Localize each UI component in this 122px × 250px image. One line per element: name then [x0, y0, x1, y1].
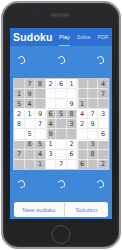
- sudoku-cell-r2c9[interactable]: 7: [98, 89, 108, 98]
- solution-button[interactable]: Solution: [65, 202, 108, 217]
- sudoku-cell-r4c3[interactable]: 9: [35, 109, 45, 118]
- sudoku-cell-r8c2[interactable]: [25, 150, 35, 159]
- sudoku-cell-r1c7[interactable]: [77, 79, 87, 88]
- loading-spinners-bottom: [10, 180, 112, 188]
- sudoku-cell-r3c8[interactable]: [88, 99, 98, 108]
- sudoku-cell-r9c1[interactable]: [14, 160, 24, 169]
- sudoku-cell-r5c6[interactable]: 3: [67, 119, 77, 128]
- home-button[interactable]: [52, 225, 71, 244]
- sudoku-cell-r5c4[interactable]: 4: [46, 119, 56, 128]
- sudoku-cell-r1c4[interactable]: 2: [46, 79, 56, 88]
- camera-icon: [39, 13, 42, 16]
- spinner-icon: [17, 55, 27, 65]
- sudoku-cell-r4c6[interactable]: 8: [67, 109, 77, 118]
- sudoku-cell-r7c4[interactable]: 1: [46, 140, 56, 149]
- sudoku-cell-r6c9[interactable]: 6: [98, 129, 108, 138]
- sudoku-cell-r3c2[interactable]: 4: [25, 99, 35, 108]
- sudoku-cell-r9c3[interactable]: 1: [35, 160, 45, 169]
- sudoku-cell-r3c6[interactable]: 9: [67, 99, 77, 108]
- sudoku-cell-r7c8[interactable]: 3: [88, 140, 98, 149]
- sudoku-cell-r1c5[interactable]: 6: [56, 79, 66, 88]
- sudoku-cell-r4c1[interactable]: 2: [14, 109, 24, 118]
- sudoku-cell-r2c6[interactable]: [67, 89, 77, 98]
- sudoku-cell-r5c9[interactable]: [98, 119, 108, 128]
- sudoku-cell-r9c9[interactable]: 2: [98, 160, 108, 169]
- sudoku-cell-r6c8[interactable]: [88, 129, 98, 138]
- sudoku-cell-r6c6[interactable]: [67, 129, 77, 138]
- sudoku-cell-r4c5[interactable]: 5: [56, 109, 66, 118]
- spinner-icon: [56, 179, 66, 189]
- sudoku-cell-r4c4[interactable]: 6: [46, 109, 56, 118]
- sudoku-cell-r4c7[interactable]: 4: [77, 109, 87, 118]
- sudoku-cell-r7c2[interactable]: 8: [25, 140, 35, 149]
- loading-spinners-top: [10, 56, 112, 64]
- sudoku-cell-r8c6[interactable]: 6: [67, 150, 77, 159]
- sudoku-cell-r7c9[interactable]: [98, 140, 108, 149]
- sudoku-cell-r2c7[interactable]: [77, 89, 87, 98]
- tab-pdf[interactable]: PDF: [97, 28, 109, 46]
- sudoku-cell-r3c9[interactable]: [98, 99, 108, 108]
- app-title: Sudoku: [13, 28, 53, 46]
- tab-solve[interactable]: Solve: [76, 28, 91, 46]
- sudoku-cell-r7c1[interactable]: [14, 140, 24, 149]
- spinner-icon: [56, 55, 66, 65]
- action-buttons: New sudoku Solution: [14, 202, 108, 217]
- sudoku-cell-r6c3[interactable]: [35, 129, 45, 138]
- sudoku-board: 7826141975491219658473874329596851237436…: [13, 78, 109, 170]
- sudoku-cell-r2c1[interactable]: 1: [14, 89, 24, 98]
- sudoku-cell-r8c3[interactable]: 4: [35, 150, 45, 159]
- new-sudoku-button[interactable]: New sudoku: [14, 202, 64, 217]
- sudoku-cell-r8c5[interactable]: [56, 150, 66, 159]
- sudoku-cell-r6c7[interactable]: [77, 129, 87, 138]
- sudoku-cell-r9c8[interactable]: [88, 160, 98, 169]
- sudoku-cell-r4c9[interactable]: 3: [98, 109, 108, 118]
- sudoku-cell-r9c4[interactable]: [46, 160, 56, 169]
- sudoku-cell-r5c7[interactable]: 2: [77, 119, 87, 128]
- sudoku-cell-r7c6[interactable]: 2: [67, 140, 77, 149]
- sudoku-cell-r9c6[interactable]: [67, 160, 77, 169]
- app-header: Sudoku Play Solve PDF: [10, 28, 112, 46]
- sudoku-cell-r2c8[interactable]: [88, 89, 98, 98]
- nav-tabs: Play Solve PDF: [59, 28, 109, 46]
- sudoku-cell-r3c5[interactable]: [56, 99, 66, 108]
- sudoku-cell-r7c3[interactable]: 5: [35, 140, 45, 149]
- app-screen: Sudoku Play Solve PDF 782614197549121965…: [10, 28, 112, 219]
- canvas: Sudoku Play Solve PDF 782614197549121965…: [0, 0, 122, 250]
- sudoku-cell-r7c5[interactable]: [56, 140, 66, 149]
- sudoku-cell-r2c2[interactable]: 9: [25, 89, 35, 98]
- sudoku-cell-r8c9[interactable]: [98, 150, 108, 159]
- sudoku-cell-r8c8[interactable]: 8: [88, 150, 98, 159]
- sudoku-cell-r1c1[interactable]: [14, 79, 24, 88]
- sudoku-cell-r3c3[interactable]: [35, 99, 45, 108]
- sudoku-cell-r5c2[interactable]: [25, 119, 35, 128]
- tab-play[interactable]: Play: [59, 28, 71, 46]
- sudoku-cell-r8c4[interactable]: 3: [46, 150, 56, 159]
- sudoku-cell-r3c1[interactable]: 5: [14, 99, 24, 108]
- speaker-grill-icon: [49, 13, 71, 17]
- spinner-icon: [96, 179, 106, 189]
- sudoku-cell-r5c5[interactable]: [56, 119, 66, 128]
- spinner-icon: [17, 179, 27, 189]
- sudoku-cell-r2c4[interactable]: [46, 89, 56, 98]
- sudoku-cell-r5c8[interactable]: 9: [88, 119, 98, 128]
- sudoku-cell-r2c5[interactable]: [56, 89, 66, 98]
- sudoku-cell-r4c8[interactable]: 7: [88, 109, 98, 118]
- sudoku-cell-r9c5[interactable]: 7: [56, 160, 66, 169]
- sudoku-cell-r8c7[interactable]: [77, 150, 87, 159]
- sudoku-cell-r6c4[interactable]: 9: [46, 129, 56, 138]
- sudoku-cell-r1c8[interactable]: [88, 79, 98, 88]
- sudoku-cell-r6c1[interactable]: [14, 129, 24, 138]
- sudoku-cell-r8c1[interactable]: 7: [14, 150, 24, 159]
- sudoku-cell-r7c7[interactable]: [77, 140, 87, 149]
- sudoku-cell-r1c3[interactable]: 8: [35, 79, 45, 88]
- sudoku-cell-r6c2[interactable]: 5: [25, 129, 35, 138]
- sudoku-cell-r6c5[interactable]: [56, 129, 66, 138]
- sudoku-cell-r3c7[interactable]: 1: [77, 99, 87, 108]
- spinner-icon: [96, 55, 106, 65]
- sudoku-cell-r1c2[interactable]: 7: [25, 79, 35, 88]
- sudoku-cell-r2c3[interactable]: [35, 89, 45, 98]
- sudoku-cell-r9c2[interactable]: [25, 160, 35, 169]
- phone-mockup: Sudoku Play Solve PDF 782614197549121965…: [1, 1, 121, 249]
- sudoku-cell-r9c7[interactable]: 6: [77, 160, 87, 169]
- sudoku-cell-r1c6[interactable]: 1: [67, 79, 77, 88]
- sudoku-cell-r5c3[interactable]: 7: [35, 119, 45, 128]
- sudoku-cell-r1c9[interactable]: 4: [98, 79, 108, 88]
- sudoku-cell-r4c2[interactable]: 1: [25, 109, 35, 118]
- sudoku-cell-r3c4[interactable]: [46, 99, 56, 108]
- sudoku-cell-r5c1[interactable]: 8: [14, 119, 24, 128]
